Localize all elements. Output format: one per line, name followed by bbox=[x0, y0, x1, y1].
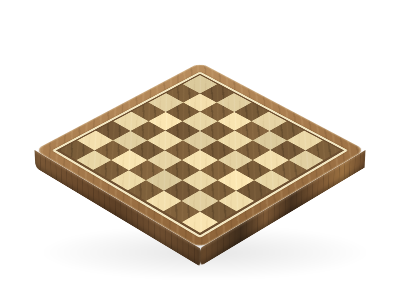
square-h5 bbox=[254, 170, 290, 190]
square-g5 bbox=[236, 160, 272, 180]
square-h2 bbox=[200, 201, 237, 222]
square-h7 bbox=[288, 150, 323, 170]
square-g6 bbox=[253, 150, 288, 170]
square-g3 bbox=[200, 180, 236, 201]
square-d1 bbox=[110, 170, 146, 190]
square-e2 bbox=[146, 170, 182, 190]
square-d2 bbox=[129, 160, 165, 180]
square-c2 bbox=[112, 150, 147, 170]
square-g4 bbox=[218, 170, 254, 190]
square-e3 bbox=[164, 160, 200, 180]
square-f5 bbox=[218, 150, 253, 170]
square-f2 bbox=[164, 180, 200, 201]
square-e1 bbox=[128, 180, 164, 201]
board-frame-top bbox=[35, 63, 366, 249]
square-f4 bbox=[200, 160, 236, 180]
square-e4 bbox=[182, 150, 217, 170]
square-h3 bbox=[218, 190, 254, 211]
square-h1 bbox=[182, 211, 219, 232]
square-d3 bbox=[147, 150, 182, 170]
square-b1 bbox=[76, 150, 111, 170]
square-h4 bbox=[236, 180, 272, 201]
square-h6 bbox=[271, 160, 307, 180]
square-c1 bbox=[93, 160, 129, 180]
square-f1 bbox=[146, 190, 182, 211]
playing-field bbox=[59, 75, 340, 233]
square-g2 bbox=[182, 190, 218, 211]
square-g1 bbox=[163, 201, 200, 222]
chess-board-3d bbox=[35, 63, 366, 249]
square-f3 bbox=[182, 170, 218, 190]
scene bbox=[0, 0, 400, 300]
